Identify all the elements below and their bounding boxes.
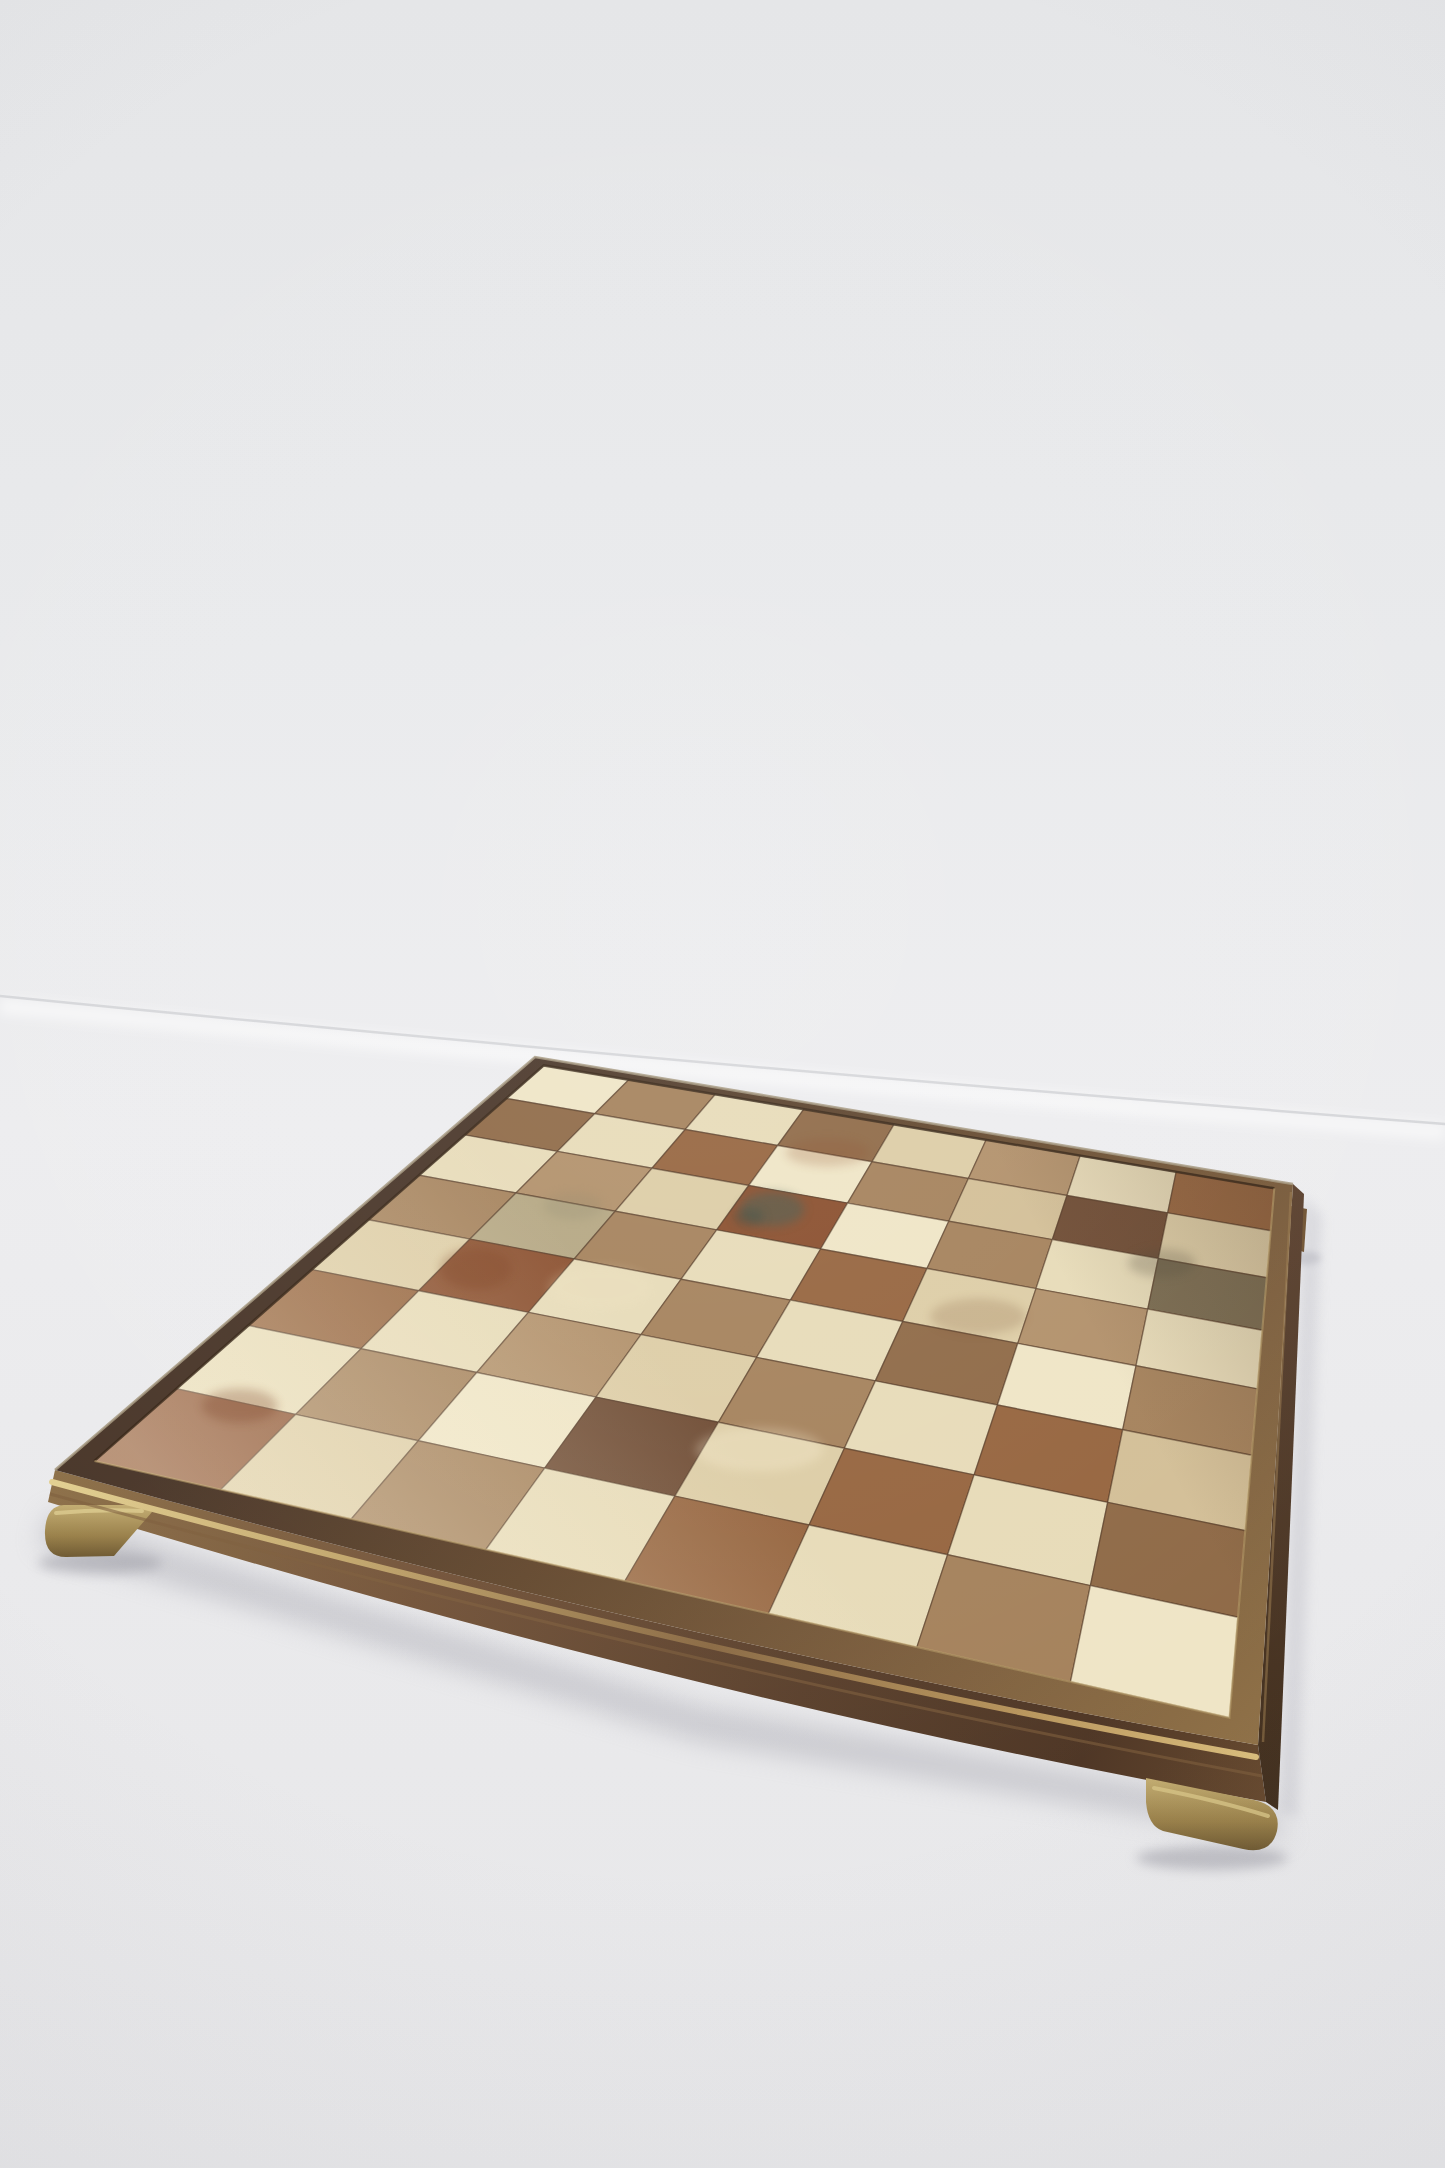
board-photo	[0, 0, 1445, 2168]
photo-layers	[0, 996, 1445, 1870]
marble-vein-2	[440, 1248, 512, 1290]
marble-vein-9	[548, 1266, 652, 1310]
marble-vein-6	[1128, 1249, 1196, 1277]
marble-vein-4	[930, 1299, 1026, 1335]
marble-vein-1	[734, 1208, 764, 1226]
marble-vein-3	[786, 1138, 870, 1166]
marble-vein-7	[544, 1192, 604, 1220]
marble-vein-8	[695, 1428, 823, 1472]
scene	[0, 0, 1445, 2168]
marble-vein-5	[202, 1389, 278, 1423]
near-foot-shadow	[1136, 1846, 1288, 1870]
